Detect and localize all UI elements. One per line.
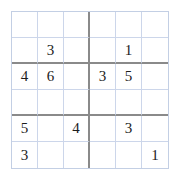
cell-r4c3[interactable] xyxy=(64,90,90,116)
cell-r6c5[interactable] xyxy=(116,142,142,168)
cell-r5c4[interactable] xyxy=(90,116,116,142)
cell-r3c1[interactable]: 4 xyxy=(12,64,38,90)
sudoku-board: 3 1 4 6 3 5 5 4 3 3 1 xyxy=(11,11,169,169)
cell-r6c3[interactable] xyxy=(64,142,90,168)
cell-r1c5[interactable] xyxy=(116,12,142,38)
cell-r6c1[interactable]: 3 xyxy=(12,142,38,168)
cell-r2c6[interactable] xyxy=(142,38,168,64)
cell-r2c3[interactable] xyxy=(64,38,90,64)
cell-r6c2[interactable] xyxy=(38,142,64,168)
cell-r1c3[interactable] xyxy=(64,12,90,38)
cell-r3c5[interactable]: 5 xyxy=(116,64,142,90)
cell-r2c4[interactable] xyxy=(90,38,116,64)
cell-r6c4[interactable] xyxy=(90,142,116,168)
cell-r1c2[interactable] xyxy=(38,12,64,38)
cell-r3c3[interactable] xyxy=(64,64,90,90)
cell-r3c4[interactable]: 3 xyxy=(90,64,116,90)
cell-r3c6[interactable] xyxy=(142,64,168,90)
cell-r2c2[interactable]: 3 xyxy=(38,38,64,64)
cell-r4c6[interactable] xyxy=(142,90,168,116)
cell-r6c6[interactable]: 1 xyxy=(142,142,168,168)
cell-r4c4[interactable] xyxy=(90,90,116,116)
cell-r2c5[interactable]: 1 xyxy=(116,38,142,64)
cell-r5c6[interactable] xyxy=(142,116,168,142)
cell-r5c2[interactable] xyxy=(38,116,64,142)
cell-r4c1[interactable] xyxy=(12,90,38,116)
cell-r1c1[interactable] xyxy=(12,12,38,38)
cell-r1c6[interactable] xyxy=(142,12,168,38)
cell-r5c3[interactable]: 4 xyxy=(64,116,90,142)
cell-r2c1[interactable] xyxy=(12,38,38,64)
cell-r4c5[interactable] xyxy=(116,90,142,116)
cell-r5c1[interactable]: 5 xyxy=(12,116,38,142)
cell-r3c2[interactable]: 6 xyxy=(38,64,64,90)
cell-r5c5[interactable]: 3 xyxy=(116,116,142,142)
cell-r4c2[interactable] xyxy=(38,90,64,116)
cell-r1c4[interactable] xyxy=(90,12,116,38)
